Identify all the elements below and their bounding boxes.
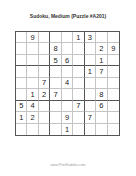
cell-r7c8: 6 [96,101,107,112]
cell-r3c2 [27,55,38,66]
cell-r9c6 [73,124,84,135]
cell-r2c3 [39,43,50,54]
cell-r4c5 [62,66,73,77]
cell-r8c2: 2 [27,112,38,123]
cell-r1c7: 3 [85,32,96,43]
cell-r1c9 [108,32,119,43]
cell-r3c3 [39,55,50,66]
cell-r2c2 [27,43,38,54]
footer-url: www.PrintSudoku.com [0,163,136,167]
cell-r3c9 [108,55,119,66]
cell-r2c9: 9 [108,43,119,54]
cell-r4c6 [73,66,84,77]
cell-r7c5 [62,101,73,112]
cell-r8c6 [73,112,84,123]
cell-r1c8 [96,32,107,43]
cell-r8c4 [50,112,61,123]
cell-r8c1: 1 [16,112,27,123]
cell-r3c4: 5 [50,55,61,66]
cell-r7c1: 5 [16,101,27,112]
cell-r3c5: 6 [62,55,73,66]
cell-r4c9 [108,66,119,77]
cell-r4c7: 1 [85,66,96,77]
cell-r1c4 [50,32,61,43]
cell-r2c8: 2 [96,43,107,54]
cell-r5c2 [27,78,38,89]
cell-r5c3: 7 [39,78,50,89]
cell-r4c2 [27,66,38,77]
cell-r6c8: 8 [96,89,107,100]
cell-r5c4 [50,78,61,89]
cell-r6c3: 2 [39,89,50,100]
page-title: Sudoku, Medium (Puzzle #A201) [0,13,136,19]
cell-r7c4 [50,101,61,112]
cell-r3c7 [85,55,96,66]
cell-r8c7: 7 [85,112,96,123]
cell-r5c9 [108,78,119,89]
cell-r5c7 [85,78,96,89]
cell-r2c4: 8 [50,43,61,54]
sudoku-sheet: Sudoku, Medium (Puzzle #A201) 9138295611… [0,0,136,176]
cell-r6c4: 7 [50,89,61,100]
cell-r7c9 [108,101,119,112]
cell-r2c5 [62,43,73,54]
cell-r9c1 [16,124,27,135]
cell-r3c8: 1 [96,55,107,66]
cell-r2c1 [16,43,27,54]
cell-r6c2: 1 [27,89,38,100]
cell-r1c6: 1 [73,32,84,43]
cell-r6c7 [85,89,96,100]
cell-r4c8: 7 [96,66,107,77]
cell-r1c5 [62,32,73,43]
sudoku-grid: 91382956117741278547612971 [15,31,120,136]
cell-r9c8 [96,124,107,135]
cell-r5c1 [16,78,27,89]
cell-r1c2: 9 [27,32,38,43]
cell-r8c3 [39,112,50,123]
cell-r3c6 [73,55,84,66]
cell-r5c8 [96,78,107,89]
cell-r9c2 [27,124,38,135]
cell-r9c7 [85,124,96,135]
cell-r4c4 [50,66,61,77]
cell-r7c2: 4 [27,101,38,112]
cell-r2c7 [85,43,96,54]
cell-r1c3 [39,32,50,43]
cell-r6c6 [73,89,84,100]
cell-r1c1 [16,32,27,43]
cell-r9c3 [39,124,50,135]
cell-r2c6 [73,43,84,54]
cell-r7c7 [85,101,96,112]
cell-r6c1 [16,89,27,100]
cell-r4c3 [39,66,50,77]
cell-r7c3 [39,101,50,112]
cell-r8c8 [96,112,107,123]
cell-r5c6 [73,78,84,89]
cell-r4c1 [16,66,27,77]
cell-r9c9 [108,124,119,135]
cell-r5c5: 4 [62,78,73,89]
cell-r3c1 [16,55,27,66]
cell-r8c9 [108,112,119,123]
cell-r6c9 [108,89,119,100]
cell-r9c4 [50,124,61,135]
cell-r8c5: 9 [62,112,73,123]
cell-r9c5: 1 [62,124,73,135]
cell-r6c5 [62,89,73,100]
cell-r7c6: 7 [73,101,84,112]
